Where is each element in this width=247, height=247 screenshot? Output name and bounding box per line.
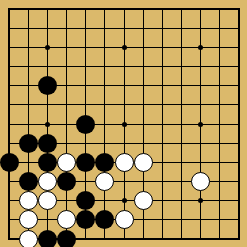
stone-white-c7r10: [134, 191, 153, 210]
stone-black-c0r8: [0, 153, 19, 172]
stone-white-c1r10: [19, 191, 38, 210]
stone-white-c1r11: [19, 210, 38, 229]
go-board[interactable]: [0, 0, 247, 247]
stone-black-c2r4: [38, 76, 57, 95]
stone-black-c3r9: [57, 172, 76, 191]
star-point: [45, 45, 50, 50]
stone-black-c2r12: [38, 230, 57, 247]
stone-black-c3r12: [57, 230, 76, 247]
stone-white-c7r8: [134, 153, 153, 172]
stone-black-c2r8: [38, 153, 57, 172]
stone-black-c4r6: [76, 115, 95, 134]
grid-line-vertical: [219, 9, 220, 239]
stone-black-c1r7: [19, 134, 38, 153]
stone-white-c6r8: [115, 153, 134, 172]
star-point: [122, 122, 127, 127]
stone-white-c1r12: [19, 230, 38, 247]
star-point: [198, 45, 203, 50]
stone-white-c3r8: [57, 153, 76, 172]
star-point: [45, 122, 50, 127]
stone-white-c2r9: [38, 172, 57, 191]
grid-line-vertical: [181, 9, 182, 239]
stone-white-c6r11: [115, 210, 134, 229]
star-point: [198, 122, 203, 127]
star-point: [122, 45, 127, 50]
stone-black-c1r9: [19, 172, 38, 191]
stone-black-c4r8: [76, 153, 95, 172]
star-point: [122, 198, 127, 203]
grid-line-vertical: [162, 9, 163, 239]
stone-white-c2r10: [38, 191, 57, 210]
stone-black-c2r7: [38, 134, 57, 153]
